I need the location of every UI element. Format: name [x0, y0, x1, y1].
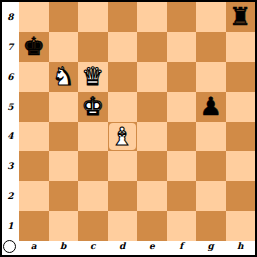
square-f6[interactable] — [167, 62, 197, 92]
square-a1[interactable] — [19, 211, 49, 241]
square-d3[interactable] — [108, 151, 138, 181]
square-c7[interactable] — [78, 32, 108, 62]
board: ♜♚♞♛♚♟♝ — [19, 2, 255, 241]
square-f1[interactable] — [167, 211, 197, 241]
square-a4[interactable] — [19, 122, 49, 152]
square-g8[interactable] — [196, 2, 226, 32]
square-e8[interactable] — [137, 2, 167, 32]
black-rook-icon[interactable]: ♜ — [229, 4, 251, 29]
file-labels: abcdefgh — [19, 241, 255, 255]
square-e3[interactable] — [137, 151, 167, 181]
square-d8[interactable] — [108, 2, 138, 32]
square-d5[interactable] — [108, 92, 138, 122]
square-e4[interactable] — [137, 122, 167, 152]
square-g6[interactable] — [196, 62, 226, 92]
square-c5[interactable]: ♚ — [78, 92, 108, 122]
square-g3[interactable] — [196, 151, 226, 181]
square-d2[interactable] — [108, 181, 138, 211]
square-d1[interactable] — [108, 211, 138, 241]
black-king-icon[interactable]: ♚ — [23, 34, 45, 59]
square-a6[interactable] — [19, 62, 49, 92]
square-e1[interactable] — [137, 211, 167, 241]
square-c8[interactable] — [78, 2, 108, 32]
rank-label-8: 8 — [2, 2, 19, 32]
white-queen-icon[interactable]: ♛ — [82, 64, 104, 89]
square-b3[interactable] — [49, 151, 79, 181]
file-label-h: h — [226, 241, 256, 255]
square-c3[interactable] — [78, 151, 108, 181]
square-d7[interactable] — [108, 32, 138, 62]
white-knight-icon[interactable]: ♞ — [52, 64, 74, 89]
square-a5[interactable] — [19, 92, 49, 122]
square-a8[interactable] — [19, 2, 49, 32]
square-g4[interactable] — [196, 122, 226, 152]
square-f3[interactable] — [167, 151, 197, 181]
square-b7[interactable] — [49, 32, 79, 62]
square-h3[interactable] — [226, 151, 256, 181]
square-e6[interactable] — [137, 62, 167, 92]
square-f5[interactable] — [167, 92, 197, 122]
square-g1[interactable] — [196, 211, 226, 241]
file-label-f: f — [167, 241, 197, 255]
square-b6[interactable]: ♞ — [49, 62, 79, 92]
move-indicator-area — [2, 241, 19, 255]
file-label-a: a — [19, 241, 49, 255]
square-e5[interactable] — [137, 92, 167, 122]
square-b4[interactable] — [49, 122, 79, 152]
square-h8[interactable]: ♜ — [226, 2, 256, 32]
square-e2[interactable] — [137, 181, 167, 211]
square-g5[interactable]: ♟ — [196, 92, 226, 122]
file-label-d: d — [108, 241, 138, 255]
rank-label-6: 6 — [2, 62, 19, 92]
square-f2[interactable] — [167, 181, 197, 211]
white-to-move-indicator-icon — [3, 240, 16, 253]
square-a7[interactable]: ♚ — [19, 32, 49, 62]
rank-label-3: 3 — [2, 151, 19, 181]
white-bishop-icon[interactable]: ♝ — [111, 124, 133, 149]
file-label-c: c — [78, 241, 108, 255]
square-c6[interactable]: ♛ — [78, 62, 108, 92]
square-c1[interactable] — [78, 211, 108, 241]
square-d6[interactable] — [108, 62, 138, 92]
square-a3[interactable] — [19, 151, 49, 181]
rank-label-2: 2 — [2, 181, 19, 211]
square-f8[interactable] — [167, 2, 197, 32]
chess-diagram: 87654321 ♜♚♞♛♚♟♝ abcdefgh — [0, 0, 257, 257]
black-pawn-icon[interactable]: ♟ — [200, 94, 222, 119]
rank-label-5: 5 — [2, 92, 19, 122]
square-d4[interactable]: ♝ — [108, 122, 138, 152]
square-f7[interactable] — [167, 32, 197, 62]
square-h1[interactable] — [226, 211, 256, 241]
square-c2[interactable] — [78, 181, 108, 211]
square-e7[interactable] — [137, 32, 167, 62]
square-h5[interactable] — [226, 92, 256, 122]
rank-labels: 87654321 — [2, 2, 19, 241]
square-g2[interactable] — [196, 181, 226, 211]
square-b2[interactable] — [49, 181, 79, 211]
square-h4[interactable] — [226, 122, 256, 152]
file-label-b: b — [49, 241, 79, 255]
square-a2[interactable] — [19, 181, 49, 211]
square-b1[interactable] — [49, 211, 79, 241]
rank-label-1: 1 — [2, 211, 19, 241]
rank-label-4: 4 — [2, 122, 19, 152]
square-f4[interactable] — [167, 122, 197, 152]
square-h7[interactable] — [226, 32, 256, 62]
square-g7[interactable] — [196, 32, 226, 62]
square-b5[interactable] — [49, 92, 79, 122]
rank-label-7: 7 — [2, 32, 19, 62]
file-label-g: g — [196, 241, 226, 255]
square-c4[interactable] — [78, 122, 108, 152]
white-king-icon[interactable]: ♚ — [82, 94, 104, 119]
square-b8[interactable] — [49, 2, 79, 32]
square-h6[interactable] — [226, 62, 256, 92]
square-h2[interactable] — [226, 181, 256, 211]
file-label-e: e — [137, 241, 167, 255]
